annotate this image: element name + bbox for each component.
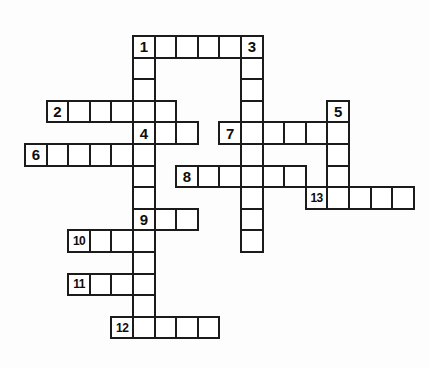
- clue-number-5: 5: [334, 104, 342, 119]
- cell-r3c2[interactable]: [67, 100, 91, 124]
- cell-r0c9[interactable]: [218, 35, 242, 59]
- cell-r7c14[interactable]: [326, 186, 350, 210]
- clue-number-10: 10: [73, 235, 85, 247]
- clue-number-8: 8: [183, 169, 191, 184]
- cell-r4c12[interactable]: [283, 121, 307, 145]
- cell-r6c8[interactable]: [197, 165, 221, 189]
- cell-r6c10[interactable]: [240, 165, 264, 189]
- cell-r7c10[interactable]: [240, 186, 264, 210]
- cell-r4c6[interactable]: [154, 121, 178, 145]
- cell-r13c8[interactable]: [197, 316, 221, 340]
- cell-r11c3[interactable]: [89, 273, 113, 297]
- cell-r4c5[interactable]: 4: [132, 121, 156, 145]
- clue-number-6: 6: [32, 147, 40, 162]
- crossword-grid: 13254768139101112: [0, 0, 429, 368]
- cell-r3c1[interactable]: 2: [46, 100, 70, 124]
- cell-r8c5[interactable]: 9: [132, 208, 156, 232]
- cell-r13c4[interactable]: 12: [110, 316, 134, 340]
- cell-r1c10[interactable]: [240, 57, 264, 81]
- clue-number-11: 11: [73, 278, 85, 290]
- cell-r5c14[interactable]: [326, 143, 350, 167]
- cell-r9c4[interactable]: [110, 229, 134, 253]
- cell-r5c2[interactable]: [67, 143, 91, 167]
- cell-r9c3[interactable]: [89, 229, 113, 253]
- cell-r0c10[interactable]: 3: [240, 35, 264, 59]
- cell-r7c17[interactable]: [391, 186, 415, 210]
- cell-r5c0[interactable]: 6: [24, 143, 48, 167]
- cell-r3c4[interactable]: [110, 100, 134, 124]
- clue-number-4: 4: [140, 126, 148, 141]
- cell-r4c14[interactable]: [326, 121, 350, 145]
- clue-number-13: 13: [311, 192, 323, 204]
- cell-r3c5[interactable]: [132, 100, 156, 124]
- cell-r1c5[interactable]: [132, 57, 156, 81]
- cell-r9c5[interactable]: [132, 229, 156, 253]
- page: 13254768139101112: [0, 0, 429, 368]
- clue-number-3: 3: [248, 39, 256, 54]
- cell-r3c3[interactable]: [89, 100, 113, 124]
- cell-r4c13[interactable]: [305, 121, 329, 145]
- cell-r8c10[interactable]: [240, 208, 264, 232]
- cell-r13c5[interactable]: [132, 316, 156, 340]
- cell-r5c5[interactable]: [132, 143, 156, 167]
- cell-r12c5[interactable]: [132, 294, 156, 318]
- cell-r3c10[interactable]: [240, 100, 264, 124]
- cell-r5c1[interactable]: [46, 143, 70, 167]
- cell-r5c10[interactable]: [240, 143, 264, 167]
- cell-r4c9[interactable]: 7: [218, 121, 242, 145]
- cell-r6c12[interactable]: [283, 165, 307, 189]
- cell-r0c8[interactable]: [197, 35, 221, 59]
- cell-r5c3[interactable]: [89, 143, 113, 167]
- cell-r10c5[interactable]: [132, 251, 156, 275]
- cell-r6c7[interactable]: 8: [175, 165, 199, 189]
- cell-r13c7[interactable]: [175, 316, 199, 340]
- cell-r11c2[interactable]: 11: [67, 273, 91, 297]
- cell-r7c16[interactable]: [370, 186, 394, 210]
- clue-number-9: 9: [140, 212, 148, 227]
- cell-r11c4[interactable]: [110, 273, 134, 297]
- cell-r7c15[interactable]: [348, 186, 372, 210]
- cell-r4c7[interactable]: [175, 121, 199, 145]
- cell-r6c9[interactable]: [218, 165, 242, 189]
- cell-r0c5[interactable]: 1: [132, 35, 156, 59]
- cell-r5c4[interactable]: [110, 143, 134, 167]
- cell-r13c6[interactable]: [154, 316, 178, 340]
- cell-r9c2[interactable]: 10: [67, 229, 91, 253]
- clue-number-2: 2: [53, 104, 61, 119]
- cell-r3c6[interactable]: [154, 100, 178, 124]
- cell-r4c11[interactable]: [262, 121, 286, 145]
- clue-number-12: 12: [116, 322, 128, 334]
- cell-r9c10[interactable]: [240, 229, 264, 253]
- cell-r4c10[interactable]: [240, 121, 264, 145]
- cell-r6c14[interactable]: [326, 165, 350, 189]
- cell-r2c10[interactable]: [240, 78, 264, 102]
- cell-r3c14[interactable]: 5: [326, 100, 350, 124]
- cell-r0c7[interactable]: [175, 35, 199, 59]
- cell-r2c5[interactable]: [132, 78, 156, 102]
- cell-r6c11[interactable]: [262, 165, 286, 189]
- cell-r8c7[interactable]: [175, 208, 199, 232]
- cell-r6c5[interactable]: [132, 165, 156, 189]
- clue-number-1: 1: [140, 39, 148, 54]
- cell-r0c6[interactable]: [154, 35, 178, 59]
- cell-r11c5[interactable]: [132, 273, 156, 297]
- cell-r8c6[interactable]: [154, 208, 178, 232]
- cell-r7c5[interactable]: [132, 186, 156, 210]
- clue-number-7: 7: [226, 126, 234, 141]
- cell-r7c13[interactable]: 13: [305, 186, 329, 210]
